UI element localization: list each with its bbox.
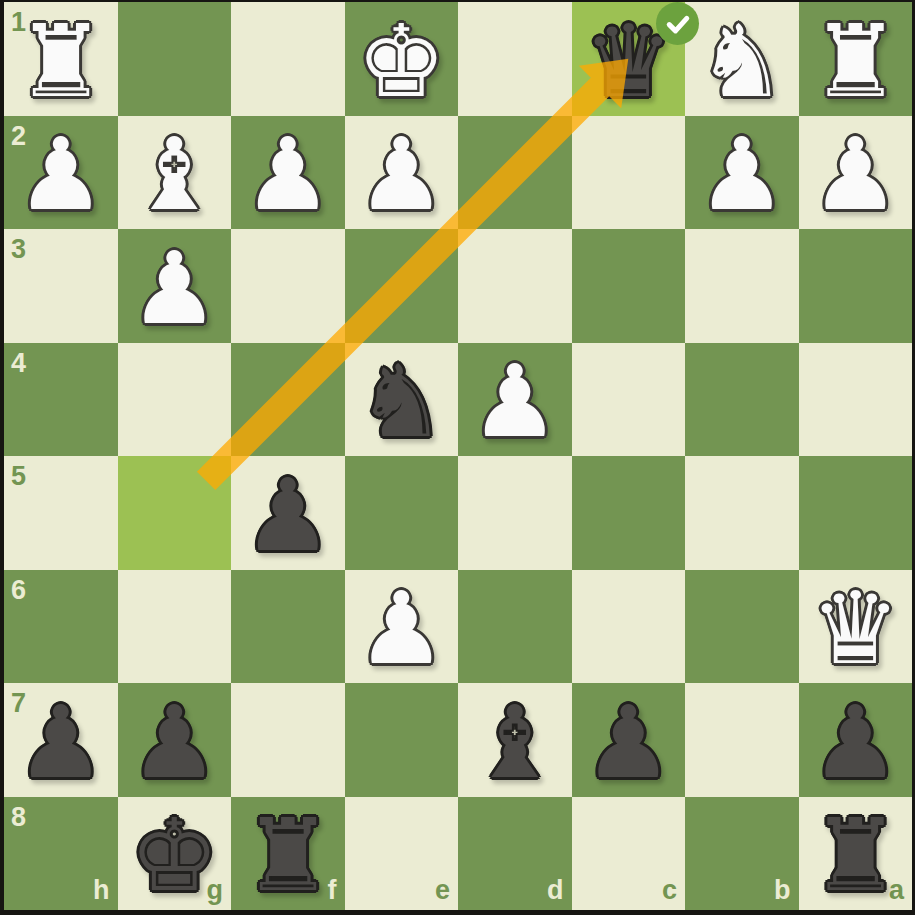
square-h7[interactable]: 7♟ [4, 683, 118, 797]
piece-white-pawn[interactable]: ♟ [345, 573, 459, 687]
square-g7[interactable]: ♟ [118, 683, 232, 797]
piece-black-king[interactable]: ♚ [118, 800, 232, 914]
square-g3[interactable]: ♟ [118, 229, 232, 343]
square-e3[interactable] [345, 229, 459, 343]
square-f3[interactable] [231, 229, 345, 343]
square-e7[interactable] [345, 683, 459, 797]
rank-label-4: 4 [11, 348, 26, 379]
piece-black-knight[interactable]: ♞ [345, 346, 459, 460]
square-h4[interactable]: 4 [4, 343, 118, 457]
square-a5[interactable] [799, 456, 913, 570]
square-c8[interactable]: c [572, 797, 686, 911]
square-e8[interactable]: e [345, 797, 459, 911]
piece-white-pawn[interactable]: ♟ [345, 119, 459, 233]
square-a4[interactable] [799, 343, 913, 457]
piece-white-rook[interactable]: ♜ [4, 5, 118, 119]
piece-white-knight[interactable]: ♞ [685, 5, 799, 119]
square-d5[interactable] [458, 456, 572, 570]
piece-black-pawn[interactable]: ♟ [572, 686, 686, 800]
square-e2[interactable]: ♟ [345, 116, 459, 230]
square-d4[interactable]: ♟ [458, 343, 572, 457]
file-label-b: b [774, 875, 791, 906]
square-b4[interactable] [685, 343, 799, 457]
piece-black-bishop[interactable]: ♝ [458, 686, 572, 800]
piece-white-pawn[interactable]: ♟ [685, 119, 799, 233]
piece-black-rook[interactable]: ♜ [799, 800, 913, 914]
square-a3[interactable] [799, 229, 913, 343]
square-c2[interactable] [572, 116, 686, 230]
square-g2[interactable]: ♝ [118, 116, 232, 230]
rank-label-3: 3 [11, 234, 26, 265]
square-g4[interactable] [118, 343, 232, 457]
square-a8[interactable]: a♜ [799, 797, 913, 911]
square-d1[interactable] [458, 2, 572, 116]
square-e6[interactable]: ♟ [345, 570, 459, 684]
square-h8[interactable]: 8h [4, 797, 118, 911]
square-f2[interactable]: ♟ [231, 116, 345, 230]
square-b7[interactable] [685, 683, 799, 797]
piece-white-pawn[interactable]: ♟ [458, 346, 572, 460]
square-e4[interactable]: ♞ [345, 343, 459, 457]
square-h2[interactable]: 2♟ [4, 116, 118, 230]
square-b3[interactable] [685, 229, 799, 343]
piece-white-pawn[interactable]: ♟ [231, 119, 345, 233]
square-a7[interactable]: ♟ [799, 683, 913, 797]
square-e1[interactable]: ♚ [345, 2, 459, 116]
piece-white-pawn[interactable]: ♟ [4, 119, 118, 233]
square-f1[interactable] [231, 2, 345, 116]
square-f5[interactable]: ♟ [231, 456, 345, 570]
square-f7[interactable] [231, 683, 345, 797]
square-d3[interactable] [458, 229, 572, 343]
piece-white-pawn[interactable]: ♟ [118, 232, 232, 346]
square-f4[interactable] [231, 343, 345, 457]
square-d8[interactable]: d [458, 797, 572, 911]
square-f6[interactable] [231, 570, 345, 684]
piece-black-rook[interactable]: ♜ [231, 800, 345, 914]
square-e5[interactable] [345, 456, 459, 570]
square-b8[interactable]: b [685, 797, 799, 911]
piece-black-pawn[interactable]: ♟ [799, 686, 913, 800]
square-c3[interactable] [572, 229, 686, 343]
square-h3[interactable]: 3 [4, 229, 118, 343]
file-label-c: c [662, 875, 677, 906]
square-g6[interactable] [118, 570, 232, 684]
rank-label-6: 6 [11, 575, 26, 606]
square-d6[interactable] [458, 570, 572, 684]
square-a6[interactable]: ♛ [799, 570, 913, 684]
piece-white-rook[interactable]: ♜ [799, 5, 913, 119]
square-b2[interactable]: ♟ [685, 116, 799, 230]
square-g1[interactable] [118, 2, 232, 116]
square-h5[interactable]: 5 [4, 456, 118, 570]
square-b5[interactable] [685, 456, 799, 570]
square-c1[interactable]: ♛ [572, 2, 686, 116]
square-c5[interactable] [572, 456, 686, 570]
square-h6[interactable]: 6 [4, 570, 118, 684]
piece-white-pawn[interactable]: ♟ [799, 119, 913, 233]
square-f8[interactable]: f♜ [231, 797, 345, 911]
file-label-e: e [435, 875, 450, 906]
square-d2[interactable] [458, 116, 572, 230]
rank-label-8: 8 [11, 802, 26, 833]
square-b6[interactable] [685, 570, 799, 684]
square-h1[interactable]: 1♜ [4, 2, 118, 116]
square-d7[interactable]: ♝ [458, 683, 572, 797]
square-c7[interactable]: ♟ [572, 683, 686, 797]
file-label-d: d [547, 875, 564, 906]
piece-white-king[interactable]: ♚ [345, 5, 459, 119]
piece-black-pawn[interactable]: ♟ [4, 686, 118, 800]
square-g5[interactable] [118, 456, 232, 570]
piece-white-bishop[interactable]: ♝ [118, 119, 232, 233]
square-a2[interactable]: ♟ [799, 116, 913, 230]
square-g8[interactable]: g♚ [118, 797, 232, 911]
square-b1[interactable]: ♞ [685, 2, 799, 116]
chess-board: 1♜♚♛♞♜2♟♝♟♟♟♟3♟4♞♟5♟6♟♛7♟♟♝♟♟8hg♚f♜edcba… [4, 2, 912, 910]
piece-black-pawn[interactable]: ♟ [231, 459, 345, 573]
file-label-h: h [93, 875, 110, 906]
piece-white-queen[interactable]: ♛ [799, 573, 913, 687]
rank-label-5: 5 [11, 461, 26, 492]
square-a1[interactable]: ♜ [799, 2, 913, 116]
piece-black-pawn[interactable]: ♟ [118, 686, 232, 800]
square-c4[interactable] [572, 343, 686, 457]
piece-black-queen[interactable]: ♛ [572, 5, 686, 119]
square-c6[interactable] [572, 570, 686, 684]
